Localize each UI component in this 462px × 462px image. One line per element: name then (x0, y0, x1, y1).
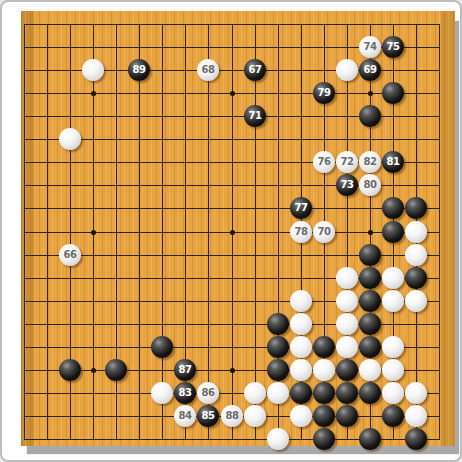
black-stone (151, 336, 173, 358)
white-stone (290, 359, 312, 381)
black-stone (359, 244, 381, 266)
white-stone (267, 428, 289, 450)
white-stone-move-76: 76 (313, 151, 335, 173)
black-stone-move-81: 81 (382, 151, 404, 173)
black-stone (267, 336, 289, 358)
black-stone (359, 428, 381, 450)
black-stone-move-83: 83 (174, 382, 196, 404)
white-stone (405, 382, 427, 404)
screenshot-frame: 7475896867697971767282817380777870668783… (0, 0, 462, 462)
white-stone (267, 382, 289, 404)
black-stone (59, 359, 81, 381)
black-stone (382, 405, 404, 427)
white-stone (290, 290, 312, 312)
white-stone (336, 290, 358, 312)
black-stone-move-85: 85 (197, 405, 219, 427)
black-stone-move-69: 69 (359, 59, 381, 81)
white-stone-move-72: 72 (336, 151, 358, 173)
white-stone (244, 382, 266, 404)
black-stone (382, 221, 404, 243)
white-stone (151, 382, 173, 404)
black-stone-move-73: 73 (336, 174, 358, 196)
black-stone (405, 267, 427, 289)
black-stone (359, 105, 381, 127)
black-stone (336, 382, 358, 404)
black-stone-move-71: 71 (244, 105, 266, 127)
black-stone (359, 290, 381, 312)
white-stone-move-82: 82 (359, 151, 381, 173)
white-stone (313, 359, 335, 381)
black-stone-move-79: 79 (313, 82, 335, 104)
black-stone-move-87: 87 (174, 359, 196, 381)
white-stone (336, 336, 358, 358)
white-stone-move-68: 68 (197, 59, 219, 81)
black-stone (313, 382, 335, 404)
white-stone (336, 313, 358, 335)
white-stone (382, 267, 404, 289)
white-stone-move-78: 78 (290, 221, 312, 243)
go-board[interactable]: 7475896867697971767282817380777870668783… (21, 11, 455, 446)
black-stone-move-89: 89 (128, 59, 150, 81)
white-stone (244, 405, 266, 427)
white-stone-move-70: 70 (313, 221, 335, 243)
black-stone (313, 336, 335, 358)
black-stone (336, 405, 358, 427)
black-stone (313, 428, 335, 450)
white-stone-move-80: 80 (359, 174, 381, 196)
white-stone (382, 290, 404, 312)
white-stone (359, 359, 381, 381)
white-stone-move-86: 86 (197, 382, 219, 404)
black-stone (359, 382, 381, 404)
white-stone-move-74: 74 (359, 36, 381, 58)
black-stone (313, 405, 335, 427)
black-stone (382, 82, 404, 104)
white-stone (59, 128, 81, 150)
black-stone (359, 313, 381, 335)
black-stone (267, 313, 289, 335)
black-stone (267, 359, 289, 381)
white-stone-move-66: 66 (59, 244, 81, 266)
white-stone (82, 59, 104, 81)
star-point (230, 230, 235, 235)
white-stone (405, 405, 427, 427)
star-point (91, 230, 96, 235)
black-stone-move-77: 77 (290, 197, 312, 219)
white-stone (405, 221, 427, 243)
white-stone (405, 244, 427, 266)
white-stone (382, 359, 404, 381)
black-stone-move-75: 75 (382, 36, 404, 58)
star-point (91, 368, 96, 373)
star-point (368, 91, 373, 96)
star-point (230, 368, 235, 373)
black-stone (359, 267, 381, 289)
grid-line-vertical (255, 24, 256, 440)
white-stone (382, 382, 404, 404)
black-stone (405, 197, 427, 219)
grid-line-vertical (439, 24, 440, 440)
white-stone (336, 267, 358, 289)
white-stone (290, 336, 312, 358)
star-point (230, 91, 235, 96)
black-stone (359, 336, 381, 358)
white-stone (382, 336, 404, 358)
white-stone (336, 59, 358, 81)
white-stone (405, 290, 427, 312)
black-stone-move-67: 67 (244, 59, 266, 81)
white-stone-move-84: 84 (174, 405, 196, 427)
star-point (368, 230, 373, 235)
black-stone (290, 382, 312, 404)
white-stone (290, 405, 312, 427)
star-point (91, 91, 96, 96)
black-stone (382, 197, 404, 219)
black-stone (336, 359, 358, 381)
white-stone (290, 313, 312, 335)
black-stone (405, 428, 427, 450)
white-stone-move-88: 88 (221, 405, 243, 427)
black-stone (105, 359, 127, 381)
